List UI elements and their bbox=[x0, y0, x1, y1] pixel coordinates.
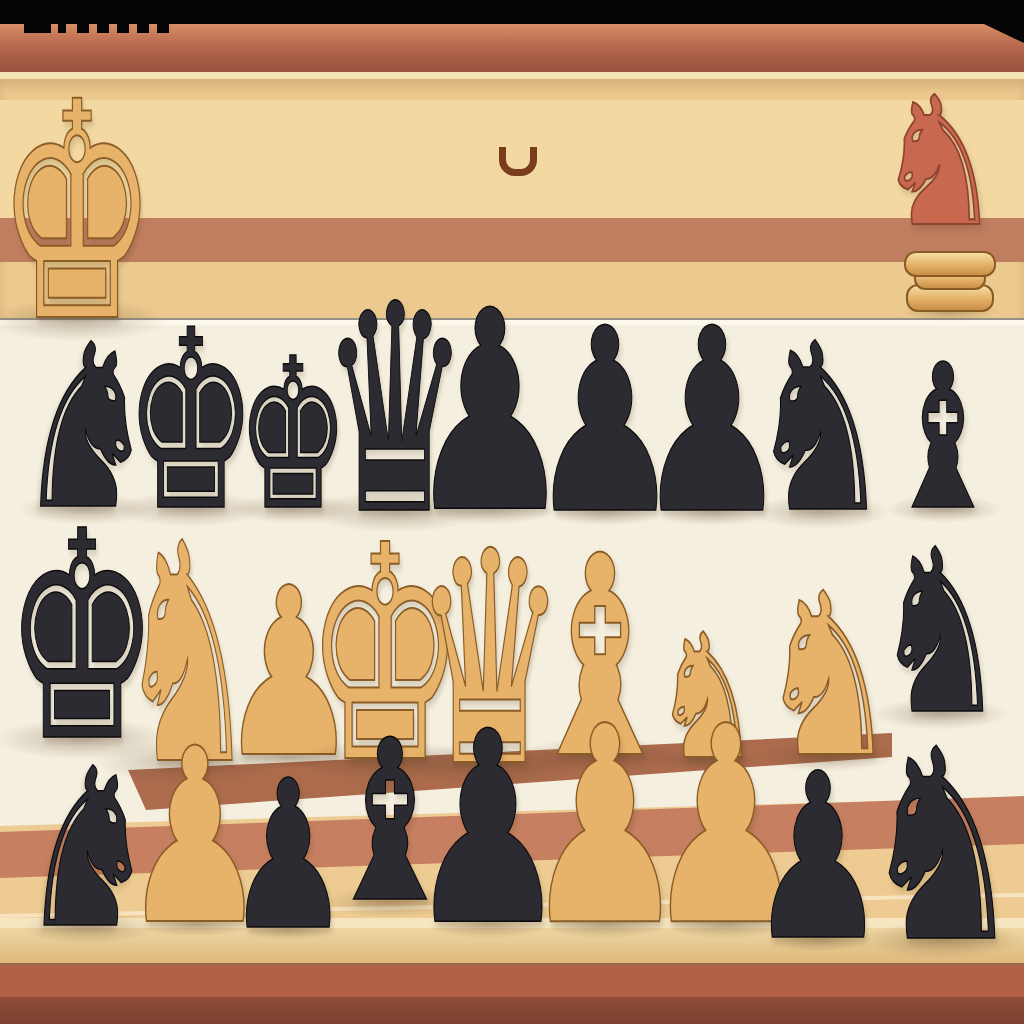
top-bar-tooth bbox=[24, 24, 51, 33]
piece-black-knight[interactable]: ♞ bbox=[859, 715, 1024, 979]
top-bar-tooth bbox=[77, 24, 89, 33]
top-bar-tooth bbox=[97, 24, 109, 33]
table-front-maroon bbox=[0, 997, 1024, 1024]
horseshoe-mark bbox=[499, 147, 537, 176]
top-bar-tooth bbox=[137, 24, 149, 33]
top-bar-tooth bbox=[157, 24, 169, 33]
piece-black-knight[interactable]: ♞ bbox=[747, 314, 893, 546]
piece-red-knight[interactable]: ♞ bbox=[875, 74, 1003, 252]
chess-piece-showcase: ♚♞♞♚♚♛♟♟♟♞♝♚♞♟♚♛♝♞♞♞♞♟♟♝♟♟♟♟♞ bbox=[0, 0, 1024, 1024]
top-bar-tooth bbox=[58, 24, 66, 33]
top-bar-tooth bbox=[117, 24, 129, 33]
top-black-bar bbox=[0, 0, 1024, 24]
